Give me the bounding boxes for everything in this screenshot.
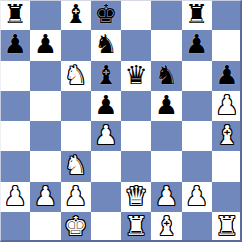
square-h8[interactable] [212, 0, 242, 30]
square-a4[interactable] [0, 121, 30, 151]
square-d8[interactable]: ♚ [91, 0, 121, 30]
square-a3[interactable] [0, 151, 30, 181]
square-b5[interactable] [30, 91, 60, 121]
square-e7[interactable] [121, 30, 151, 60]
square-g6[interactable] [182, 61, 212, 91]
square-c7[interactable] [61, 30, 91, 60]
white-king-icon[interactable]: ♚ [64, 213, 87, 239]
square-b4[interactable] [30, 121, 60, 151]
square-a2[interactable]: ♟ [0, 182, 30, 212]
square-c6[interactable]: ♞ [61, 61, 91, 91]
white-pawn-icon[interactable]: ♟ [94, 122, 117, 148]
square-c3[interactable]: ♞ [61, 151, 91, 181]
black-pawn-icon[interactable]: ♟ [3, 31, 26, 57]
white-bishop-icon[interactable]: ♝ [155, 213, 178, 239]
black-pawn-icon[interactable]: ♟ [34, 31, 57, 57]
white-queen-icon[interactable]: ♛ [124, 183, 147, 209]
square-g3[interactable] [182, 151, 212, 181]
white-pawn-icon[interactable]: ♟ [34, 183, 57, 209]
square-e4[interactable] [121, 121, 151, 151]
black-bishop-icon[interactable]: ♝ [64, 1, 87, 27]
square-b8[interactable] [30, 0, 60, 30]
square-f3[interactable] [151, 151, 181, 181]
square-g2[interactable]: ♟ [182, 182, 212, 212]
square-d3[interactable] [91, 151, 121, 181]
black-king-icon[interactable]: ♚ [94, 1, 117, 27]
square-b7[interactable]: ♟ [30, 30, 60, 60]
square-f1[interactable]: ♝ [151, 212, 181, 242]
square-f8[interactable] [151, 0, 181, 30]
square-h4[interactable]: ♝ [212, 121, 242, 151]
square-a6[interactable] [0, 61, 30, 91]
square-e1[interactable]: ♜ [121, 212, 151, 242]
square-h6[interactable]: ♟ [212, 61, 242, 91]
black-knight-icon[interactable]: ♞ [94, 31, 117, 57]
square-h2[interactable] [212, 182, 242, 212]
white-knight-icon[interactable]: ♞ [64, 62, 87, 88]
square-d2[interactable] [91, 182, 121, 212]
black-bishop-icon[interactable]: ♝ [94, 62, 117, 88]
square-h3[interactable] [212, 151, 242, 181]
black-pawn-icon[interactable]: ♟ [155, 92, 178, 118]
square-g7[interactable]: ♟ [182, 30, 212, 60]
white-bishop-icon[interactable]: ♝ [215, 122, 238, 148]
black-queen-icon[interactable]: ♛ [124, 62, 147, 88]
square-f2[interactable]: ♟ [151, 182, 181, 212]
square-e6[interactable]: ♛ [121, 61, 151, 91]
black-pawn-icon[interactable]: ♟ [94, 92, 117, 118]
square-d5[interactable]: ♟ [91, 91, 121, 121]
black-rook-icon[interactable]: ♜ [185, 1, 208, 27]
square-f5[interactable]: ♟ [151, 91, 181, 121]
black-rook-icon[interactable]: ♜ [3, 1, 26, 27]
white-pawn-icon[interactable]: ♟ [155, 183, 178, 209]
square-d1[interactable] [91, 212, 121, 242]
square-f4[interactable] [151, 121, 181, 151]
square-b3[interactable] [30, 151, 60, 181]
white-pawn-icon[interactable]: ♟ [215, 92, 238, 118]
square-g5[interactable] [182, 91, 212, 121]
square-g4[interactable] [182, 121, 212, 151]
square-c2[interactable]: ♟ [61, 182, 91, 212]
square-f7[interactable] [151, 30, 181, 60]
square-c4[interactable] [61, 121, 91, 151]
square-g8[interactable]: ♜ [182, 0, 212, 30]
square-c8[interactable]: ♝ [61, 0, 91, 30]
square-d7[interactable]: ♞ [91, 30, 121, 60]
square-h1[interactable]: ♜ [212, 212, 242, 242]
black-knight-icon[interactable]: ♞ [155, 62, 178, 88]
square-b2[interactable]: ♟ [30, 182, 60, 212]
square-d6[interactable]: ♝ [91, 61, 121, 91]
white-rook-icon[interactable]: ♜ [215, 213, 238, 239]
square-a5[interactable] [0, 91, 30, 121]
white-pawn-icon[interactable]: ♟ [3, 183, 26, 209]
black-pawn-icon[interactable]: ♟ [185, 31, 208, 57]
chess-board: ♜♝♚♜♟♟♞♟♞♝♛♞♟♟♟♟♟♝♞♟♟♟♛♟♟♚♜♝♜ [0, 0, 242, 242]
square-e3[interactable] [121, 151, 151, 181]
square-a1[interactable] [0, 212, 30, 242]
square-b6[interactable] [30, 61, 60, 91]
square-h5[interactable]: ♟ [212, 91, 242, 121]
square-h7[interactable] [212, 30, 242, 60]
square-e5[interactable] [121, 91, 151, 121]
square-g1[interactable] [182, 212, 212, 242]
square-d4[interactable]: ♟ [91, 121, 121, 151]
square-a8[interactable]: ♜ [0, 0, 30, 30]
white-knight-icon[interactable]: ♞ [64, 152, 87, 178]
square-c5[interactable] [61, 91, 91, 121]
square-b1[interactable] [30, 212, 60, 242]
white-pawn-icon[interactable]: ♟ [64, 183, 87, 209]
square-a7[interactable]: ♟ [0, 30, 30, 60]
black-pawn-icon[interactable]: ♟ [215, 62, 238, 88]
square-f6[interactable]: ♞ [151, 61, 181, 91]
white-pawn-icon[interactable]: ♟ [185, 183, 208, 209]
chess-board-container: ♜♝♚♜♟♟♞♟♞♝♛♞♟♟♟♟♟♝♞♟♟♟♛♟♟♚♜♝♜ [0, 0, 242, 242]
square-e2[interactable]: ♛ [121, 182, 151, 212]
white-rook-icon[interactable]: ♜ [124, 213, 147, 239]
square-c1[interactable]: ♚ [61, 212, 91, 242]
square-e8[interactable] [121, 0, 151, 30]
